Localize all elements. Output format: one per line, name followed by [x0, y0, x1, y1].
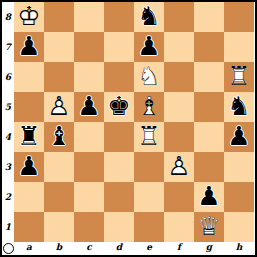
- rank-label-5: 5: [2, 92, 14, 122]
- square-g5[interactable]: [194, 92, 224, 122]
- black-pawn: ♟: [224, 122, 254, 152]
- white-bishop: ♝♗: [134, 92, 164, 122]
- rank-labels: 87654321: [2, 2, 14, 242]
- file-label-a: a: [14, 242, 44, 253]
- square-g2[interactable]: ♟: [194, 182, 224, 212]
- white-rook: ♜♖: [224, 62, 254, 92]
- square-a8[interactable]: ♚♔: [14, 2, 44, 32]
- file-label-h: h: [224, 242, 254, 253]
- square-d3[interactable]: [104, 152, 134, 182]
- square-h8[interactable]: [224, 2, 254, 32]
- rank-label-8: 8: [2, 2, 14, 32]
- square-f4[interactable]: [164, 122, 194, 152]
- square-f8[interactable]: [164, 2, 194, 32]
- black-king: ♚: [104, 92, 134, 122]
- file-labels: abcdefgh: [14, 242, 254, 253]
- file-label-b: b: [44, 242, 74, 253]
- rank-label-1: 1: [2, 212, 14, 242]
- square-c1[interactable]: [74, 212, 104, 242]
- square-c8[interactable]: [74, 2, 104, 32]
- square-a1[interactable]: [14, 212, 44, 242]
- black-bishop: ♝: [44, 122, 74, 152]
- chess-board: ♚♔♞♟♟♞♘♜♖♟♙♟♚♝♗♞♜♝♜♖♟♟♟♙♟♛♕: [14, 2, 254, 242]
- square-f2[interactable]: [164, 182, 194, 212]
- white-knight: ♞♘: [134, 62, 164, 92]
- square-c3[interactable]: [74, 152, 104, 182]
- square-a7[interactable]: ♟: [14, 32, 44, 62]
- square-h5[interactable]: ♞: [224, 92, 254, 122]
- rank-label-4: 4: [2, 122, 14, 152]
- square-g4[interactable]: [194, 122, 224, 152]
- square-c7[interactable]: [74, 32, 104, 62]
- square-b1[interactable]: [44, 212, 74, 242]
- square-g7[interactable]: [194, 32, 224, 62]
- square-a6[interactable]: [14, 62, 44, 92]
- square-e5[interactable]: ♝♗: [134, 92, 164, 122]
- black-pawn: ♟: [14, 32, 44, 62]
- white-pawn: ♟♙: [44, 92, 74, 122]
- rank-label-3: 3: [2, 152, 14, 182]
- black-rook: ♜: [14, 122, 44, 152]
- black-pawn: ♟: [134, 32, 164, 62]
- file-label-c: c: [74, 242, 104, 253]
- square-d4[interactable]: [104, 122, 134, 152]
- square-b3[interactable]: [44, 152, 74, 182]
- square-a5[interactable]: [14, 92, 44, 122]
- square-d7[interactable]: [104, 32, 134, 62]
- square-b8[interactable]: [44, 2, 74, 32]
- square-g8[interactable]: [194, 2, 224, 32]
- square-h4[interactable]: ♟: [224, 122, 254, 152]
- rank-label-6: 6: [2, 62, 14, 92]
- square-h3[interactable]: [224, 152, 254, 182]
- square-f5[interactable]: [164, 92, 194, 122]
- square-g1[interactable]: ♛♕: [194, 212, 224, 242]
- square-b4[interactable]: ♝: [44, 122, 74, 152]
- square-g3[interactable]: [194, 152, 224, 182]
- square-f3[interactable]: ♟♙: [164, 152, 194, 182]
- file-label-f: f: [164, 242, 194, 253]
- file-label-g: g: [194, 242, 224, 253]
- square-e3[interactable]: [134, 152, 164, 182]
- square-a3[interactable]: ♟: [14, 152, 44, 182]
- square-d2[interactable]: [104, 182, 134, 212]
- rank-label-7: 7: [2, 32, 14, 62]
- square-h6[interactable]: ♜♖: [224, 62, 254, 92]
- square-e4[interactable]: ♜♖: [134, 122, 164, 152]
- square-d5[interactable]: ♚: [104, 92, 134, 122]
- square-d1[interactable]: [104, 212, 134, 242]
- square-a2[interactable]: [14, 182, 44, 212]
- white-king: ♚♔: [14, 2, 44, 32]
- square-e8[interactable]: ♞: [134, 2, 164, 32]
- black-knight: ♞: [224, 92, 254, 122]
- file-label-e: e: [134, 242, 164, 253]
- square-g6[interactable]: [194, 62, 224, 92]
- rank-label-2: 2: [2, 182, 14, 212]
- square-d6[interactable]: [104, 62, 134, 92]
- white-rook: ♜♖: [134, 122, 164, 152]
- square-h7[interactable]: [224, 32, 254, 62]
- square-b6[interactable]: [44, 62, 74, 92]
- white-to-move-indicator: [3, 243, 14, 254]
- square-f1[interactable]: [164, 212, 194, 242]
- square-c5[interactable]: ♟: [74, 92, 104, 122]
- square-c4[interactable]: [74, 122, 104, 152]
- square-c6[interactable]: [74, 62, 104, 92]
- square-e2[interactable]: [134, 182, 164, 212]
- square-f7[interactable]: [164, 32, 194, 62]
- square-f6[interactable]: [164, 62, 194, 92]
- square-b7[interactable]: [44, 32, 74, 62]
- square-h1[interactable]: [224, 212, 254, 242]
- chess-diagram: 87654321 ♚♔♞♟♟♞♘♜♖♟♙♟♚♝♗♞♜♝♜♖♟♟♟♙♟♛♕ abc…: [0, 0, 257, 257]
- black-knight: ♞: [134, 2, 164, 32]
- square-d8[interactable]: [104, 2, 134, 32]
- black-pawn: ♟: [14, 152, 44, 182]
- square-h2[interactable]: [224, 182, 254, 212]
- black-pawn: ♟: [74, 92, 104, 122]
- square-e1[interactable]: [134, 212, 164, 242]
- square-e6[interactable]: ♞♘: [134, 62, 164, 92]
- file-label-d: d: [104, 242, 134, 253]
- white-queen: ♛♕: [194, 212, 224, 242]
- square-e7[interactable]: ♟: [134, 32, 164, 62]
- square-c2[interactable]: [74, 182, 104, 212]
- white-pawn: ♟♙: [164, 152, 194, 182]
- square-b5[interactable]: ♟♙: [44, 92, 74, 122]
- square-b2[interactable]: [44, 182, 74, 212]
- black-pawn: ♟: [194, 182, 224, 212]
- square-a4[interactable]: ♜: [14, 122, 44, 152]
